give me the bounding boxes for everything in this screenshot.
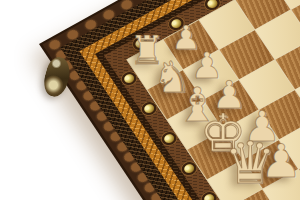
pieces-layer: ♜♟♞♟♝♟♚♟♛♟: [0, 0, 300, 200]
photo-stage: ♜♟♞♟♝♟♚♟♛♟: [0, 0, 300, 200]
chess-piece-pawn-d2: ♟: [260, 138, 300, 184]
